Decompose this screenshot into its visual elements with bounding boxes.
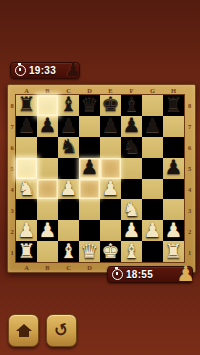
white-pawn[interactable]: ♟ — [123, 220, 141, 240]
square-d3[interactable] — [79, 199, 100, 220]
white-pawn[interactable]: ♟ — [18, 220, 36, 240]
square-b4[interactable] — [37, 179, 58, 200]
square-d4[interactable] — [79, 179, 100, 200]
black-bishop[interactable]: ♝ — [60, 94, 78, 114]
white-rook[interactable]: ♜ — [165, 241, 183, 261]
file-label-top-G: G — [150, 87, 155, 94]
white-pawn[interactable]: ♟ — [165, 220, 183, 240]
square-c1[interactable]: ♝ — [58, 241, 79, 262]
black-pawn[interactable]: ♟ — [165, 157, 183, 177]
square-e1[interactable]: ♚ — [100, 241, 121, 262]
chess-board: ♜♝♛♚♝♜♟♟♟♟♟♟♞♞♟♟♞♟♟♞♟♟♟♟♟♜♝♛♚♝♜ AABBCCDD… — [7, 84, 196, 273]
white-bishop[interactable]: ♝ — [60, 241, 78, 261]
black-king[interactable]: ♚ — [102, 94, 120, 114]
file-label-top-B: B — [45, 87, 49, 94]
square-b6[interactable] — [37, 137, 58, 158]
black-pawn[interactable]: ♟ — [102, 115, 120, 135]
square-e3[interactable] — [100, 199, 121, 220]
rank-label-right-7: 7 — [188, 123, 191, 130]
black-rook[interactable]: ♜ — [165, 94, 183, 114]
rank-label-left-3: 3 — [10, 206, 13, 213]
rank-label-left-1: 1 — [10, 248, 13, 255]
file-label-bottom-C: C — [66, 264, 71, 271]
white-clock-time: 18:55 — [126, 269, 153, 280]
square-h4[interactable] — [163, 179, 184, 200]
square-a6[interactable] — [16, 137, 37, 158]
home-icon — [15, 324, 32, 338]
home-button[interactable] — [8, 314, 39, 347]
black-knight[interactable]: ♞ — [123, 136, 141, 156]
square-a1[interactable]: ♜ — [16, 241, 37, 262]
square-f6[interactable]: ♞ — [121, 137, 142, 158]
white-knight[interactable]: ♞ — [18, 178, 36, 198]
white-queen[interactable]: ♛ — [81, 241, 99, 261]
black-pawn[interactable]: ♟ — [123, 115, 141, 135]
white-rook[interactable]: ♜ — [18, 241, 36, 261]
rank-label-right-8: 8 — [188, 102, 191, 109]
square-h7[interactable] — [163, 116, 184, 137]
square-g2[interactable]: ♟ — [142, 220, 163, 241]
square-d8[interactable]: ♛ — [79, 95, 100, 116]
black-pawn[interactable]: ♟ — [144, 115, 162, 135]
black-clock: 19:33 ♟ — [10, 62, 80, 79]
black-pawn[interactable]: ♟ — [60, 115, 78, 135]
square-h5[interactable]: ♟ — [163, 158, 184, 179]
file-label-bottom-A: A — [24, 264, 29, 271]
rank-label-left-6: 6 — [10, 144, 13, 151]
square-f1[interactable]: ♝ — [121, 241, 142, 262]
square-f5[interactable] — [121, 158, 142, 179]
square-e7[interactable]: ♟ — [100, 116, 121, 137]
black-pawn-icon: ♟ — [65, 61, 81, 79]
square-c4[interactable]: ♟ — [58, 179, 79, 200]
rank-label-left-7: 7 — [10, 123, 13, 130]
undo-icon: ↺ — [52, 320, 70, 340]
white-clock: 18:55 ♟ — [107, 266, 193, 283]
black-knight[interactable]: ♞ — [60, 136, 78, 156]
square-g1[interactable] — [142, 241, 163, 262]
square-g6[interactable] — [142, 137, 163, 158]
black-clock-time: 19:33 — [29, 65, 56, 76]
square-d5[interactable]: ♟ — [79, 158, 100, 179]
rank-label-right-6: 6 — [188, 144, 191, 151]
chess-app-screen: 19:33 ♟ ♜♝♛♚♝♜♟♟♟♟♟♟♞♞♟♟♞♟♟♞♟♟♟♟♟♜♝♛♚♝♜ … — [0, 0, 200, 355]
black-pawn[interactable]: ♟ — [39, 115, 57, 135]
square-h8[interactable]: ♜ — [163, 95, 184, 116]
rank-label-left-5: 5 — [10, 165, 13, 172]
white-pawn-icon: ♟ — [176, 264, 195, 285]
white-pawn[interactable]: ♟ — [144, 220, 162, 240]
rank-label-right-4: 4 — [188, 185, 191, 192]
black-rook[interactable]: ♜ — [18, 94, 36, 114]
square-a7[interactable]: ♟ — [16, 116, 37, 137]
black-bishop[interactable]: ♝ — [123, 94, 141, 114]
undo-button[interactable]: ↺ — [46, 314, 77, 347]
square-e4[interactable]: ♟ — [100, 179, 121, 200]
square-d7[interactable] — [79, 116, 100, 137]
white-king[interactable]: ♚ — [102, 241, 120, 261]
square-b1[interactable] — [37, 241, 58, 262]
square-b2[interactable]: ♟ — [37, 220, 58, 241]
rank-label-right-1: 1 — [188, 248, 191, 255]
rank-label-right-5: 5 — [188, 165, 191, 172]
square-a4[interactable]: ♞ — [16, 179, 37, 200]
white-pawn[interactable]: ♟ — [60, 178, 78, 198]
black-pawn[interactable]: ♟ — [81, 157, 99, 177]
black-pawn[interactable]: ♟ — [18, 115, 36, 135]
square-g5[interactable] — [142, 158, 163, 179]
rank-label-left-2: 2 — [10, 227, 13, 234]
board-grid: ♜♝♛♚♝♜♟♟♟♟♟♟♞♞♟♟♞♟♟♞♟♟♟♟♟♜♝♛♚♝♜ — [16, 95, 184, 262]
rank-label-right-3: 3 — [188, 206, 191, 213]
square-d1[interactable]: ♛ — [79, 241, 100, 262]
white-bishop[interactable]: ♝ — [123, 241, 141, 261]
white-pawn[interactable]: ♟ — [102, 178, 120, 198]
black-queen[interactable]: ♛ — [81, 94, 99, 114]
square-b5[interactable] — [37, 158, 58, 179]
white-knight[interactable]: ♞ — [123, 199, 141, 219]
square-g7[interactable]: ♟ — [142, 116, 163, 137]
square-h1[interactable]: ♜ — [163, 241, 184, 262]
square-c3[interactable] — [58, 199, 79, 220]
file-label-bottom-B: B — [45, 264, 49, 271]
stopwatch-icon — [15, 65, 26, 76]
square-e6[interactable] — [100, 137, 121, 158]
rank-label-left-4: 4 — [10, 185, 13, 192]
square-c6[interactable]: ♞ — [58, 137, 79, 158]
file-label-bottom-D: D — [87, 264, 92, 271]
rank-label-right-2: 2 — [188, 227, 191, 234]
white-pawn[interactable]: ♟ — [39, 220, 57, 240]
square-g4[interactable] — [142, 179, 163, 200]
rank-label-left-8: 8 — [10, 102, 13, 109]
stopwatch-icon — [112, 269, 123, 280]
square-b7[interactable]: ♟ — [37, 116, 58, 137]
